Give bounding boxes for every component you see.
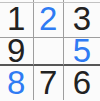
sudoku-cell-r3c2[interactable]: 7 — [34, 66, 65, 101]
sudoku-cell-r1c2[interactable]: 2 — [34, 0, 65, 38]
sudoku-cell-r2c2[interactable] — [34, 38, 65, 66]
top-grid-line — [0, 2, 100, 3]
sudoku-cell-r2c1[interactable]: 9 — [0, 38, 34, 66]
sudoku-cell-r2c3[interactable]: 5 — [64, 38, 100, 66]
sudoku-cell-r3c1[interactable]: 8 — [0, 66, 34, 101]
sudoku-app-icon[interactable]: 1 2 3 9 5 8 7 6 — [0, 0, 100, 100]
sudoku-cell-r3c3[interactable]: 6 — [64, 66, 100, 101]
sudoku-grid: 1 2 3 9 5 8 7 6 — [0, 0, 100, 100]
